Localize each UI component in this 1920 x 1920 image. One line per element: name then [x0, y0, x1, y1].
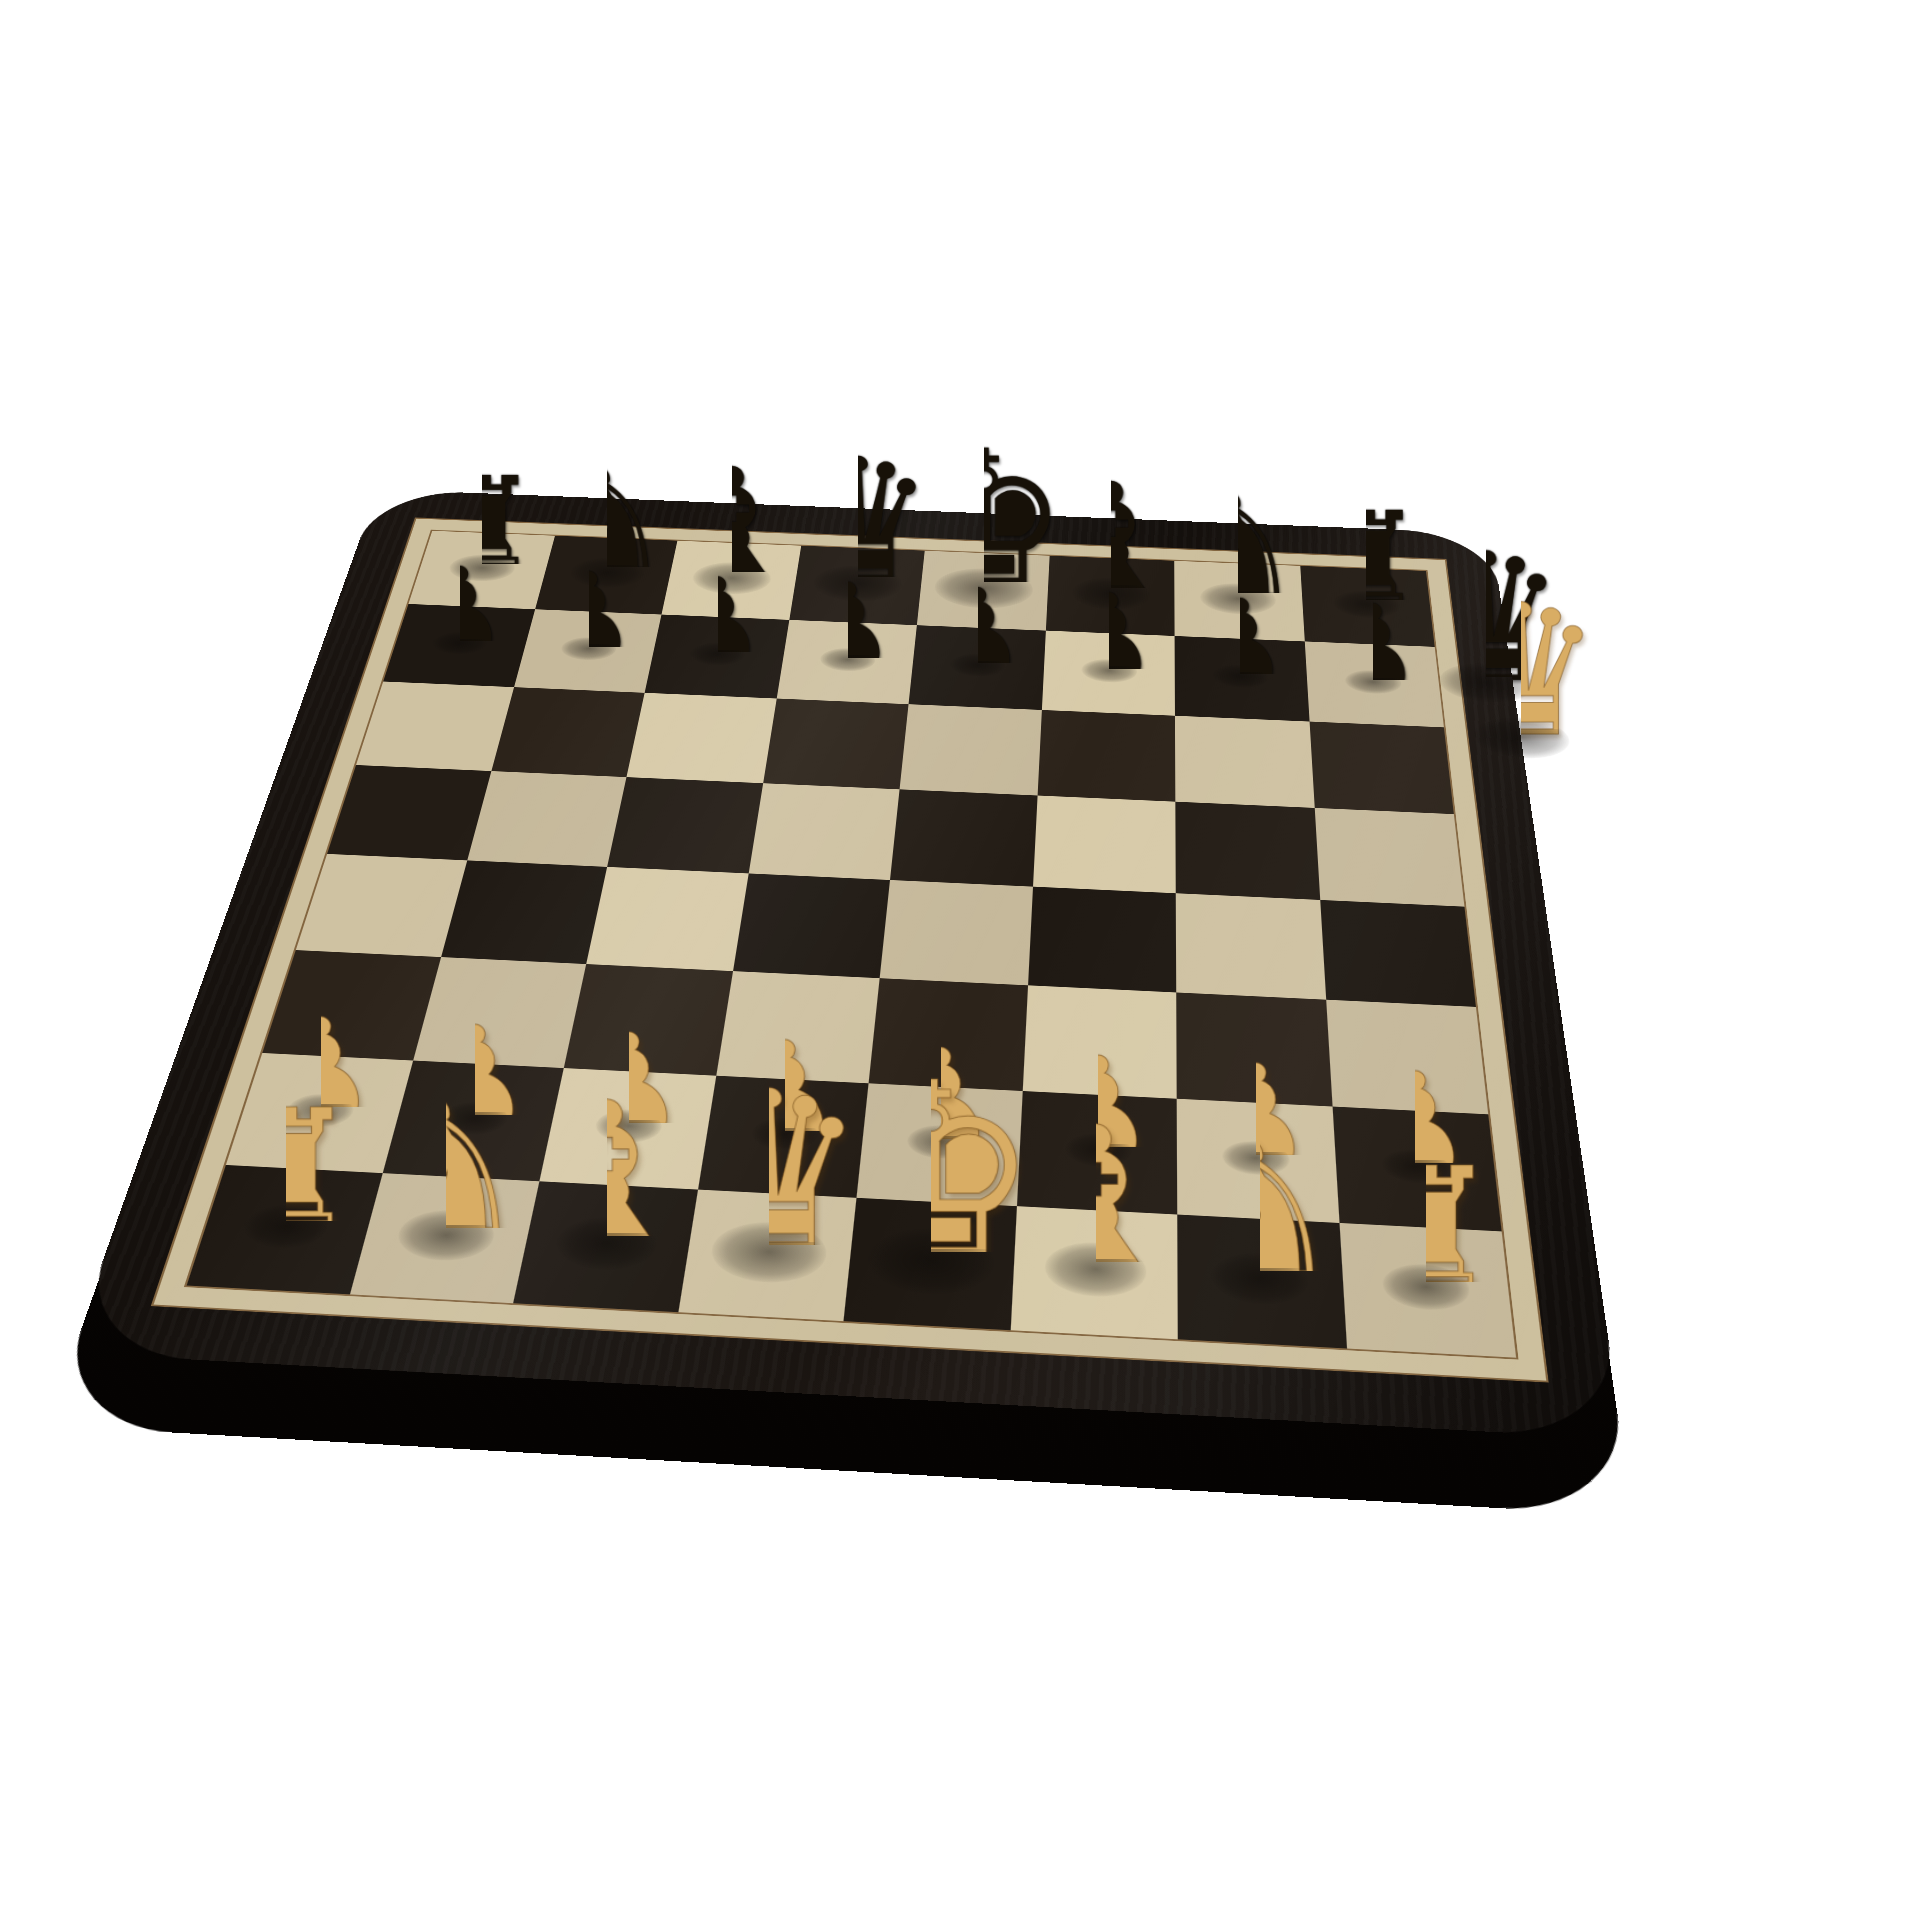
square-c7: [645, 614, 789, 698]
square-a4: [296, 854, 467, 957]
square-b5: [467, 771, 627, 867]
square-h6: [1309, 722, 1454, 814]
square-b6: [491, 687, 645, 777]
square-f4: [1028, 887, 1177, 992]
square-d7: [776, 620, 917, 705]
square-h8: [1300, 566, 1435, 647]
square-e8: [917, 551, 1049, 631]
square-d5: [748, 783, 899, 880]
square-f7: [1041, 630, 1175, 715]
square-h7: [1304, 641, 1444, 727]
photo-scene: ♜♞♝♛♚♝♞♜♛♟♟♟♟♟♟♟♟♛♟♟♟♟♟♟♟♟♜♞♝♛♚♝♞♜: [0, 0, 1920, 1920]
square-c8: [662, 541, 801, 620]
square-f8: [1045, 556, 1174, 636]
square-b8: [535, 536, 678, 615]
square-g8: [1174, 561, 1304, 641]
square-g5: [1175, 801, 1319, 900]
square-b4: [441, 860, 607, 963]
square-h5: [1314, 808, 1464, 907]
square-d6: [763, 698, 909, 789]
square-a7: [383, 604, 535, 687]
square-c5: [607, 777, 763, 874]
square-d8: [789, 546, 925, 625]
square-b7: [514, 609, 662, 693]
square-f6: [1037, 710, 1175, 801]
square-a6: [356, 681, 513, 770]
chess-board: ♜♞♝♛♚♝♞♜♛♟♟♟♟♟♟♟♟♛♟♟♟♟♟♟♟♟♜♞♝♛♚♝♞♜: [70, 489, 1623, 1439]
square-e7: [909, 625, 1046, 710]
square-g7: [1175, 636, 1310, 722]
square-e5: [890, 789, 1037, 887]
square-g4: [1176, 893, 1326, 999]
square-f5: [1033, 795, 1176, 893]
square-e4: [880, 880, 1033, 985]
square-c4: [586, 867, 748, 971]
square-c6: [627, 693, 777, 783]
square-e6: [900, 704, 1042, 795]
square-a5: [327, 765, 491, 861]
square-g6: [1175, 716, 1314, 808]
square-a8: [409, 531, 555, 609]
